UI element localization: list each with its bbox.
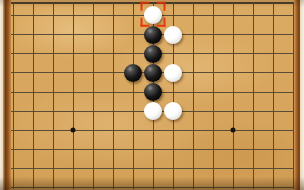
stone-cell — [163, 63, 183, 82]
white-stone[interactable] — [144, 6, 162, 24]
white-stone[interactable] — [164, 102, 182, 120]
stone-cell — [143, 25, 163, 44]
stone-cell — [143, 63, 163, 82]
black-stone[interactable] — [144, 26, 162, 44]
stone-cell — [143, 82, 163, 101]
right-background-strip — [300, 0, 304, 190]
stone-cell — [143, 102, 163, 121]
stone-cell — [123, 63, 143, 82]
white-stone[interactable] — [164, 26, 182, 44]
black-stone[interactable] — [144, 45, 162, 63]
stone-cell — [143, 6, 163, 25]
white-stone[interactable] — [144, 102, 162, 120]
black-stone[interactable] — [144, 64, 162, 82]
black-stone[interactable] — [144, 83, 162, 101]
intersection-grid[interactable] — [3, 6, 303, 190]
stone-cell — [163, 102, 183, 121]
black-stone[interactable] — [124, 64, 142, 82]
goban-board[interactable] — [11, 0, 294, 190]
stone-cell — [143, 44, 163, 63]
stone-cell — [163, 25, 183, 44]
white-stone[interactable] — [164, 64, 182, 82]
video-frame — [0, 0, 304, 190]
